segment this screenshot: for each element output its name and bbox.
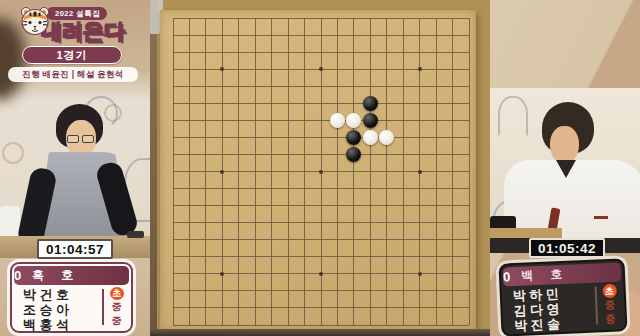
- black-team-panel: 흑 호 0 박건호 조승아 백홍석 초 중 중: [10, 262, 133, 333]
- white-team-panel: 백 호 0 박하민 김다영 박진솔 초 중 중: [498, 258, 627, 336]
- black-team-score: 0: [14, 268, 21, 283]
- white-team-score: 0: [503, 269, 511, 284]
- table-edge: [150, 329, 490, 336]
- star-point: [220, 272, 224, 276]
- star-point: [319, 170, 323, 174]
- jacket-trim: [594, 216, 608, 219]
- black-stone-N14: [363, 96, 378, 111]
- black-team-clock: 01:04:57: [37, 239, 113, 259]
- go-board-area: [150, 0, 490, 336]
- credits-bar: 진행 배윤진 | 해설 윤현석: [8, 67, 138, 82]
- rank-badge: 중: [112, 300, 122, 314]
- right-player-video: [490, 88, 640, 253]
- white-team-name: 백 호: [521, 266, 570, 285]
- black-stone-M12: [346, 130, 361, 145]
- right-player-face: [550, 126, 579, 164]
- star-point: [418, 170, 422, 174]
- rank-badge-active: 초: [602, 284, 617, 299]
- star-point: [220, 67, 224, 71]
- white-stone-M13: [346, 113, 361, 128]
- white-team-clock: 01:05:42: [529, 238, 605, 258]
- glasses-icon: [82, 135, 94, 143]
- black-team-header: 흑 호 0: [14, 266, 129, 285]
- star-point: [220, 170, 224, 174]
- black-stone-M11: [346, 147, 361, 162]
- show-title: 내려온다: [41, 17, 125, 45]
- glasses-icon: [67, 135, 79, 143]
- white-stone-O12: [379, 130, 394, 145]
- wall-pattern: [104, 104, 122, 122]
- star-point: [418, 272, 422, 276]
- go-grid: [173, 18, 469, 325]
- wall-pattern: [498, 96, 528, 136]
- black-player-1: 박건호: [23, 287, 102, 302]
- star-point: [319, 272, 323, 276]
- rank-badge: 중: [605, 312, 616, 326]
- star-point: [319, 67, 323, 71]
- tiger-mascot-icon: [19, 5, 51, 37]
- broadcast-frame: 2022 설특집 내려온다 1경기 진행 배윤진 | 해설 윤현석 01:04:…: [0, 0, 640, 336]
- rank-badge: 중: [605, 298, 616, 312]
- table-object: [127, 231, 144, 238]
- black-stone-N13: [363, 113, 378, 128]
- match-number-badge: 1경기: [22, 46, 122, 64]
- white-stone-N12: [363, 130, 378, 145]
- black-player-2: 조승아: [23, 302, 102, 317]
- white-player-3: 박진솔: [514, 315, 597, 334]
- star-point: [418, 67, 422, 71]
- black-player-3: 백홍석: [23, 317, 102, 332]
- white-stone-L13: [330, 113, 345, 128]
- go-board: [160, 10, 476, 331]
- rank-badge-active: 초: [110, 287, 124, 300]
- wall-pattern: [2, 142, 24, 164]
- table-edge: [150, 0, 157, 336]
- rank-badge: 중: [112, 314, 122, 328]
- black-team-name: 흑 호: [32, 267, 80, 284]
